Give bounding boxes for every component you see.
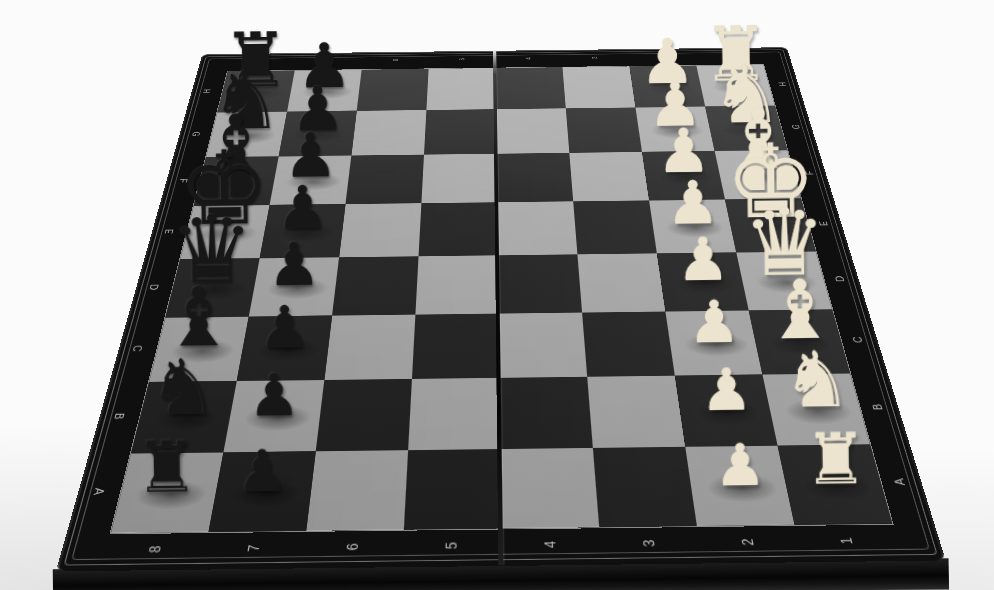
piece-black-rook: ♜ — [134, 434, 198, 502]
square-a2: ♟ — [685, 446, 794, 526]
square-e3 — [573, 200, 657, 254]
piece-black-knight: ♞ — [148, 351, 218, 425]
square-e5 — [419, 202, 498, 256]
piece-black-pawn: ♟ — [236, 445, 289, 501]
piece-white-rook: ♜ — [803, 425, 867, 493]
square-f6 — [345, 155, 424, 204]
square-a3 — [593, 447, 697, 527]
piece-white-pawn: ♟ — [687, 294, 740, 350]
piece-black-pawn: ♟ — [247, 368, 300, 424]
square-g6 — [351, 110, 426, 155]
square-d5 — [415, 255, 498, 314]
scene: 87654321 87654321 HGFEDCBA HGFEDCBA ♜♟♟♜… — [0, 0, 994, 590]
square-a5 — [404, 449, 502, 530]
square-f4 — [497, 153, 574, 202]
square-b6 — [316, 379, 412, 451]
square-g3 — [566, 107, 642, 152]
square-d4 — [498, 254, 582, 313]
square-f3 — [569, 152, 649, 201]
piece-white-pawn: ♟ — [700, 363, 753, 419]
piece-white-pawn: ♟ — [676, 231, 730, 288]
square-h3 — [563, 66, 636, 108]
square-g4 — [496, 108, 569, 153]
piece-white-knight: ♞ — [781, 344, 851, 418]
square-h5 — [426, 68, 496, 110]
square-h6 — [357, 69, 429, 111]
chess-board: 87654321 87654321 HGFEDCBA HGFEDCBA ♜♟♟♜… — [56, 47, 946, 571]
square-e4 — [497, 201, 577, 255]
square-a6 — [306, 450, 408, 531]
square-b4 — [500, 377, 593, 449]
square-c5 — [412, 314, 500, 379]
piece-black-pawn: ♟ — [267, 236, 321, 293]
board-frame: 87654321 87654321 HGFEDCBA HGFEDCBA ♜♟♟♜… — [56, 47, 946, 571]
piece-black-pawn: ♟ — [258, 300, 311, 356]
square-a4 — [500, 448, 599, 529]
square-d6 — [332, 256, 418, 315]
chess-set-photo: 87654321 87654321 HGFEDCBA HGFEDCBA ♜♟♟♜… — [0, 0, 994, 590]
square-c3 — [582, 312, 675, 377]
square-c4 — [499, 313, 587, 378]
square-b5 — [408, 378, 500, 450]
piece-white-pawn: ♟ — [713, 439, 766, 495]
square-a1: ♜ — [778, 445, 893, 525]
square-h4 — [496, 67, 566, 109]
square-g5 — [424, 109, 497, 154]
square-a8: ♜ — [111, 452, 224, 533]
square-f5 — [421, 154, 497, 203]
square-b3 — [587, 376, 685, 448]
square-c6 — [324, 315, 415, 380]
square-a7: ♟ — [209, 451, 316, 532]
square-d3 — [577, 253, 665, 312]
square-e6 — [339, 203, 421, 257]
